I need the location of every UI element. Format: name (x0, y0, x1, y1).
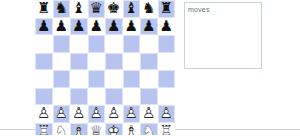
page: { "game": "chess", "position": { "fen": … (0, 0, 300, 135)
piece-black-pawn[interactable]: ♟ (88, 18, 106, 36)
piece-white-pawn[interactable]: ♙ (105, 105, 123, 123)
piece-black-pawn[interactable]: ♟ (140, 18, 158, 36)
square-d1[interactable]: ♛♕ (88, 123, 106, 136)
piece-black-knight[interactable]: ♞ (140, 0, 158, 18)
moves-panel-label: moves (185, 3, 261, 14)
square-h6[interactable] (158, 35, 176, 53)
piece-black-pawn[interactable]: ♟ (123, 18, 141, 36)
square-b7[interactable]: ♟ (53, 18, 71, 36)
square-g6[interactable] (140, 35, 158, 53)
square-g7[interactable]: ♟ (140, 18, 158, 36)
square-b3[interactable] (53, 88, 71, 106)
piece-black-pawn[interactable]: ♟ (158, 18, 176, 36)
square-d4[interactable] (88, 70, 106, 88)
square-g5[interactable] (140, 53, 158, 71)
square-e4[interactable] (105, 70, 123, 88)
square-c3[interactable] (70, 88, 88, 106)
square-d8[interactable]: ♛ (88, 0, 106, 18)
square-a5[interactable] (35, 53, 53, 71)
square-e3[interactable] (105, 88, 123, 106)
square-f2[interactable]: ♟♙ (123, 105, 141, 123)
square-f4[interactable] (123, 70, 141, 88)
moves-panel: moves (184, 2, 262, 69)
square-a8[interactable]: ♜ (35, 0, 53, 18)
square-h2[interactable]: ♟♙ (158, 105, 176, 123)
piece-black-knight[interactable]: ♞ (53, 0, 71, 18)
square-e7[interactable]: ♟ (105, 18, 123, 36)
square-e8[interactable]: ♚ (105, 0, 123, 18)
square-b1[interactable]: ♞♘ (53, 123, 71, 136)
piece-white-rook[interactable]: ♖ (158, 123, 176, 136)
square-h3[interactable] (158, 88, 176, 106)
piece-black-rook[interactable]: ♜ (158, 0, 176, 18)
square-a6[interactable] (35, 35, 53, 53)
square-b5[interactable] (53, 53, 71, 71)
square-b6[interactable] (53, 35, 71, 53)
piece-white-rook[interactable]: ♖ (35, 123, 53, 136)
square-e6[interactable] (105, 35, 123, 53)
square-c4[interactable] (70, 70, 88, 88)
square-d7[interactable]: ♟ (88, 18, 106, 36)
square-c6[interactable] (70, 35, 88, 53)
piece-black-pawn[interactable]: ♟ (105, 18, 123, 36)
piece-white-pawn[interactable]: ♙ (70, 105, 88, 123)
square-c5[interactable] (70, 53, 88, 71)
piece-black-bishop[interactable]: ♝ (123, 0, 141, 18)
piece-black-king[interactable]: ♚ (105, 0, 123, 18)
piece-white-queen[interactable]: ♕ (88, 123, 106, 136)
square-a2[interactable]: ♟♙ (35, 105, 53, 123)
piece-white-bishop[interactable]: ♗ (123, 123, 141, 136)
piece-white-king[interactable]: ♔ (105, 123, 123, 136)
square-e2[interactable]: ♟♙ (105, 105, 123, 123)
square-f5[interactable] (123, 53, 141, 71)
piece-white-pawn[interactable]: ♙ (140, 105, 158, 123)
piece-black-pawn[interactable]: ♟ (35, 18, 53, 36)
piece-white-pawn[interactable]: ♙ (123, 105, 141, 123)
square-h7[interactable]: ♟ (158, 18, 176, 36)
piece-black-pawn[interactable]: ♟ (70, 18, 88, 36)
square-d3[interactable] (88, 88, 106, 106)
square-d5[interactable] (88, 53, 106, 71)
square-d2[interactable]: ♟♙ (88, 105, 106, 123)
square-f8[interactable]: ♝ (123, 0, 141, 18)
square-c7[interactable]: ♟ (70, 18, 88, 36)
square-g4[interactable] (140, 70, 158, 88)
piece-white-pawn[interactable]: ♙ (35, 105, 53, 123)
square-f1[interactable]: ♝♗ (123, 123, 141, 136)
square-e1[interactable]: ♚♔ (105, 123, 123, 136)
square-f7[interactable]: ♟ (123, 18, 141, 36)
square-e5[interactable] (105, 53, 123, 71)
piece-white-knight[interactable]: ♘ (53, 123, 71, 136)
chess-board: ♜♞♝♛♚♝♞♜♟♟♟♟♟♟♟♟♟♙♟♙♟♙♟♙♟♙♟♙♟♙♟♙♜♖♞♘♝♗♛♕… (35, 0, 175, 135)
piece-black-rook[interactable]: ♜ (35, 0, 53, 18)
piece-white-pawn[interactable]: ♙ (88, 105, 106, 123)
piece-white-pawn[interactable]: ♙ (158, 105, 176, 123)
square-h4[interactable] (158, 70, 176, 88)
piece-black-bishop[interactable]: ♝ (70, 0, 88, 18)
square-g8[interactable]: ♞ (140, 0, 158, 18)
square-c2[interactable]: ♟♙ (70, 105, 88, 123)
piece-white-bishop[interactable]: ♗ (70, 123, 88, 136)
piece-black-queen[interactable]: ♛ (88, 0, 106, 18)
square-h8[interactable]: ♜ (158, 0, 176, 18)
square-a3[interactable] (35, 88, 53, 106)
square-g3[interactable] (140, 88, 158, 106)
square-f3[interactable] (123, 88, 141, 106)
square-d6[interactable] (88, 35, 106, 53)
square-b8[interactable]: ♞ (53, 0, 71, 18)
square-g1[interactable]: ♞♘ (140, 123, 158, 136)
square-f6[interactable] (123, 35, 141, 53)
piece-white-pawn[interactable]: ♙ (53, 105, 71, 123)
square-a1[interactable]: ♜♖ (35, 123, 53, 136)
square-g2[interactable]: ♟♙ (140, 105, 158, 123)
piece-white-knight[interactable]: ♘ (140, 123, 158, 136)
square-b2[interactable]: ♟♙ (53, 105, 71, 123)
square-a4[interactable] (35, 70, 53, 88)
square-c8[interactable]: ♝ (70, 0, 88, 18)
square-h5[interactable] (158, 53, 176, 71)
square-h1[interactable]: ♜♖ (158, 123, 176, 136)
square-b4[interactable] (53, 70, 71, 88)
piece-black-pawn[interactable]: ♟ (53, 18, 71, 36)
square-a7[interactable]: ♟ (35, 18, 53, 36)
square-c1[interactable]: ♝♗ (70, 123, 88, 136)
